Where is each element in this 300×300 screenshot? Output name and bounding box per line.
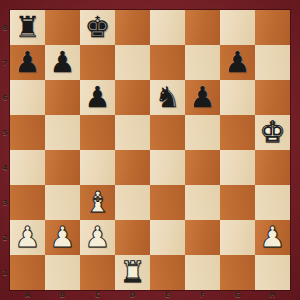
chess-board[interactable]: ♜♚♟♟♟♟♞♟♚♝♟♟♟♟♜ <box>10 10 290 290</box>
black-pawn[interactable]: ♟ <box>45 45 80 80</box>
square-b6[interactable] <box>45 80 80 115</box>
black-rook[interactable]: ♜ <box>10 10 45 45</box>
square-c3[interactable]: ♝ <box>80 185 115 220</box>
square-h3[interactable] <box>255 185 290 220</box>
square-f3[interactable] <box>185 185 220 220</box>
square-c4[interactable] <box>80 150 115 185</box>
square-d5[interactable] <box>115 115 150 150</box>
square-h7[interactable] <box>255 45 290 80</box>
square-e1[interactable] <box>150 255 185 290</box>
black-pawn[interactable]: ♟ <box>80 80 115 115</box>
square-c7[interactable] <box>80 45 115 80</box>
square-c6[interactable]: ♟ <box>80 80 115 115</box>
square-g3[interactable] <box>220 185 255 220</box>
rank-label-7: 7 <box>0 45 10 80</box>
square-b2[interactable]: ♟ <box>45 220 80 255</box>
square-f1[interactable] <box>185 255 220 290</box>
square-a6[interactable] <box>10 80 45 115</box>
square-g1[interactable] <box>220 255 255 290</box>
square-g2[interactable] <box>220 220 255 255</box>
square-h4[interactable] <box>255 150 290 185</box>
white-bishop[interactable]: ♝ <box>80 185 115 220</box>
file-label-b: B <box>45 290 80 300</box>
square-d3[interactable] <box>115 185 150 220</box>
square-d8[interactable] <box>115 10 150 45</box>
file-label-d: D <box>115 290 150 300</box>
file-label-a: A <box>10 290 45 300</box>
chess-board-frame: 87654321 ♜♚♟♟♟♟♞♟♚♝♟♟♟♟♜ ABCDEFGH <box>0 0 300 300</box>
square-a3[interactable] <box>10 185 45 220</box>
rank-label-3: 3 <box>0 185 10 220</box>
file-label-c: C <box>80 290 115 300</box>
square-c5[interactable] <box>80 115 115 150</box>
rank-label-1: 1 <box>0 255 10 290</box>
square-g8[interactable] <box>220 10 255 45</box>
square-d1[interactable]: ♜ <box>115 255 150 290</box>
rank-label-8: 8 <box>0 10 10 45</box>
square-d7[interactable] <box>115 45 150 80</box>
square-a8[interactable]: ♜ <box>10 10 45 45</box>
square-b1[interactable] <box>45 255 80 290</box>
square-h1[interactable] <box>255 255 290 290</box>
square-g6[interactable] <box>220 80 255 115</box>
square-d2[interactable] <box>115 220 150 255</box>
black-knight[interactable]: ♞ <box>150 80 185 115</box>
square-e7[interactable] <box>150 45 185 80</box>
square-f6[interactable]: ♟ <box>185 80 220 115</box>
square-h5[interactable]: ♚ <box>255 115 290 150</box>
file-label-h: H <box>255 290 290 300</box>
square-d6[interactable] <box>115 80 150 115</box>
rank-label-4: 4 <box>0 150 10 185</box>
square-e5[interactable] <box>150 115 185 150</box>
square-h6[interactable] <box>255 80 290 115</box>
square-c8[interactable]: ♚ <box>80 10 115 45</box>
white-pawn[interactable]: ♟ <box>80 220 115 255</box>
square-a1[interactable] <box>10 255 45 290</box>
file-label-g: G <box>220 290 255 300</box>
square-c2[interactable]: ♟ <box>80 220 115 255</box>
square-g5[interactable] <box>220 115 255 150</box>
square-e6[interactable]: ♞ <box>150 80 185 115</box>
square-a4[interactable] <box>10 150 45 185</box>
square-b7[interactable]: ♟ <box>45 45 80 80</box>
square-b5[interactable] <box>45 115 80 150</box>
square-h2[interactable]: ♟ <box>255 220 290 255</box>
square-a5[interactable] <box>10 115 45 150</box>
white-king[interactable]: ♚ <box>255 115 290 150</box>
white-pawn[interactable]: ♟ <box>255 220 290 255</box>
square-f5[interactable] <box>185 115 220 150</box>
black-pawn[interactable]: ♟ <box>10 45 45 80</box>
square-f8[interactable] <box>185 10 220 45</box>
square-e3[interactable] <box>150 185 185 220</box>
white-pawn[interactable]: ♟ <box>10 220 45 255</box>
white-pawn[interactable]: ♟ <box>45 220 80 255</box>
square-e8[interactable] <box>150 10 185 45</box>
square-d4[interactable] <box>115 150 150 185</box>
square-f7[interactable] <box>185 45 220 80</box>
square-g4[interactable] <box>220 150 255 185</box>
white-rook[interactable]: ♜ <box>115 255 150 290</box>
square-c1[interactable] <box>80 255 115 290</box>
square-a2[interactable]: ♟ <box>10 220 45 255</box>
black-pawn[interactable]: ♟ <box>185 80 220 115</box>
rank-label-6: 6 <box>0 80 10 115</box>
square-b4[interactable] <box>45 150 80 185</box>
square-g7[interactable]: ♟ <box>220 45 255 80</box>
file-label-f: F <box>185 290 220 300</box>
square-a7[interactable]: ♟ <box>10 45 45 80</box>
square-h8[interactable] <box>255 10 290 45</box>
square-b8[interactable] <box>45 10 80 45</box>
rank-labels: 87654321 <box>0 10 10 290</box>
black-king[interactable]: ♚ <box>80 10 115 45</box>
black-pawn[interactable]: ♟ <box>220 45 255 80</box>
square-e4[interactable] <box>150 150 185 185</box>
file-label-e: E <box>150 290 185 300</box>
square-b3[interactable] <box>45 185 80 220</box>
square-e2[interactable] <box>150 220 185 255</box>
rank-label-5: 5 <box>0 115 10 150</box>
square-f2[interactable] <box>185 220 220 255</box>
rank-label-2: 2 <box>0 220 10 255</box>
square-f4[interactable] <box>185 150 220 185</box>
file-labels: ABCDEFGH <box>10 290 290 300</box>
